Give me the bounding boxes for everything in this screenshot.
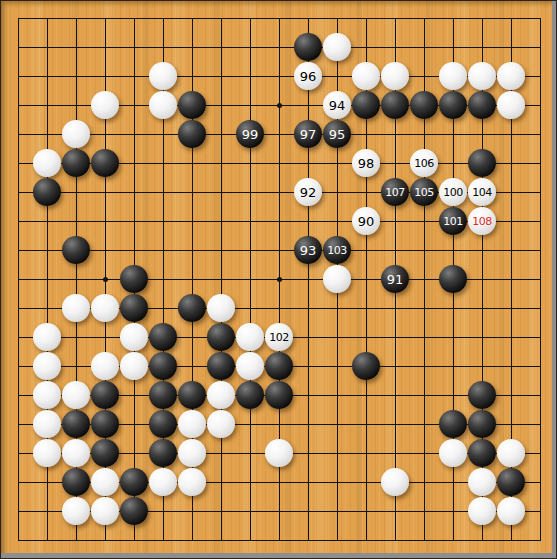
stone-white <box>439 439 467 467</box>
stone-white <box>497 439 525 467</box>
stone-white <box>62 381 90 409</box>
stone-white <box>323 265 351 293</box>
stone-white <box>33 381 61 409</box>
stone-black <box>91 149 119 177</box>
stone-black <box>178 91 206 119</box>
stone-black <box>468 439 496 467</box>
stone-black <box>91 410 119 438</box>
stone-black <box>149 352 177 380</box>
move-number-label: 97 <box>300 128 317 141</box>
stone-white: 106 <box>410 149 438 177</box>
stone-white <box>323 33 351 61</box>
move-number-label: 99 <box>242 128 259 141</box>
stone-black: 91 <box>381 265 409 293</box>
move-number-label: 104 <box>472 187 492 198</box>
move-number-label: 102 <box>269 332 289 343</box>
stone-white <box>381 62 409 90</box>
move-number-label: 107 <box>385 187 405 198</box>
stone-black <box>33 178 61 206</box>
stone-white: 108 <box>468 207 496 235</box>
stone-white: 104 <box>468 178 496 206</box>
stone-white <box>178 410 206 438</box>
stone-black: 107 <box>381 178 409 206</box>
stone-black <box>178 120 206 148</box>
stone-white: 96 <box>294 62 322 90</box>
stone-white <box>468 62 496 90</box>
stone-black <box>149 410 177 438</box>
stone-white: 98 <box>352 149 380 177</box>
stone-white <box>149 91 177 119</box>
stone-black <box>439 410 467 438</box>
stone-white <box>91 497 119 525</box>
move-number-label: 95 <box>329 128 346 141</box>
stone-white <box>91 468 119 496</box>
stone-white <box>91 352 119 380</box>
stone-white <box>236 323 264 351</box>
stone-black <box>410 91 438 119</box>
stone-black <box>439 91 467 119</box>
stone-black <box>352 352 380 380</box>
stone-black: 99 <box>236 120 264 148</box>
stone-black <box>468 410 496 438</box>
hoshi-dot <box>277 277 282 282</box>
stone-white <box>62 120 90 148</box>
stone-white <box>236 352 264 380</box>
stone-white: 94 <box>323 91 351 119</box>
stone-white <box>265 439 293 467</box>
stone-white <box>33 410 61 438</box>
stone-black: 97 <box>294 120 322 148</box>
stone-white <box>497 62 525 90</box>
stone-black <box>265 381 293 409</box>
move-number-label: 100 <box>443 187 463 198</box>
go-board[interactable]: 9694999795981069210710510010490101108931… <box>0 0 557 559</box>
stone-black <box>120 497 148 525</box>
stone-black: 101 <box>439 207 467 235</box>
stone-black <box>468 381 496 409</box>
stone-black <box>207 323 235 351</box>
stone-white <box>207 410 235 438</box>
stone-white <box>178 468 206 496</box>
stone-white: 100 <box>439 178 467 206</box>
stone-black <box>294 33 322 61</box>
stone-white <box>468 497 496 525</box>
move-number-label: 92 <box>300 186 317 199</box>
stone-black <box>265 352 293 380</box>
move-number-label: 98 <box>358 157 375 170</box>
stone-black <box>381 91 409 119</box>
stone-black <box>497 468 525 496</box>
stone-black <box>120 468 148 496</box>
stone-white <box>497 497 525 525</box>
move-number-label: 106 <box>414 158 434 169</box>
stone-white <box>352 62 380 90</box>
stone-black <box>120 265 148 293</box>
stone-black <box>62 236 90 264</box>
stone-white <box>62 439 90 467</box>
stone-white <box>207 294 235 322</box>
stone-white <box>149 62 177 90</box>
stone-black: 105 <box>410 178 438 206</box>
stone-black: 93 <box>294 236 322 264</box>
stone-white <box>468 468 496 496</box>
stone-black <box>62 149 90 177</box>
stone-white: 102 <box>265 323 293 351</box>
stone-black <box>439 265 467 293</box>
stone-white <box>62 294 90 322</box>
stone-white <box>33 323 61 351</box>
stone-white <box>497 91 525 119</box>
hoshi-dot <box>103 277 108 282</box>
move-number-label: 105 <box>414 187 434 198</box>
move-number-label: 103 <box>327 245 347 256</box>
stone-black <box>149 323 177 351</box>
stone-white <box>120 352 148 380</box>
stone-white <box>439 62 467 90</box>
stone-black <box>91 439 119 467</box>
move-number-label: 91 <box>387 273 404 286</box>
move-number-label: 93 <box>300 244 317 257</box>
stone-black <box>149 381 177 409</box>
stone-black <box>149 439 177 467</box>
stone-white <box>381 468 409 496</box>
move-number-label: 94 <box>329 99 346 112</box>
stone-white <box>91 91 119 119</box>
stone-white <box>207 381 235 409</box>
stone-white <box>120 323 148 351</box>
stone-black <box>352 91 380 119</box>
stone-black: 103 <box>323 236 351 264</box>
stone-black <box>236 381 264 409</box>
stone-white <box>149 468 177 496</box>
stone-black <box>120 294 148 322</box>
stone-white <box>178 439 206 467</box>
stone-white <box>33 439 61 467</box>
hoshi-dot <box>277 103 282 108</box>
stone-white <box>91 294 119 322</box>
stone-black <box>91 381 119 409</box>
stone-black <box>62 410 90 438</box>
stone-white: 92 <box>294 178 322 206</box>
move-number-label: 101 <box>443 216 463 227</box>
move-number-label: 90 <box>358 215 375 228</box>
stone-white: 90 <box>352 207 380 235</box>
stone-black: 95 <box>323 120 351 148</box>
stone-black <box>178 381 206 409</box>
stone-black <box>207 352 235 380</box>
stone-white <box>33 149 61 177</box>
stone-black <box>178 294 206 322</box>
stone-white <box>33 352 61 380</box>
stone-black <box>62 468 90 496</box>
last-move-number-label: 108 <box>472 216 492 227</box>
stone-black <box>468 149 496 177</box>
stone-black <box>468 91 496 119</box>
stone-white <box>62 497 90 525</box>
move-number-label: 96 <box>300 70 317 83</box>
